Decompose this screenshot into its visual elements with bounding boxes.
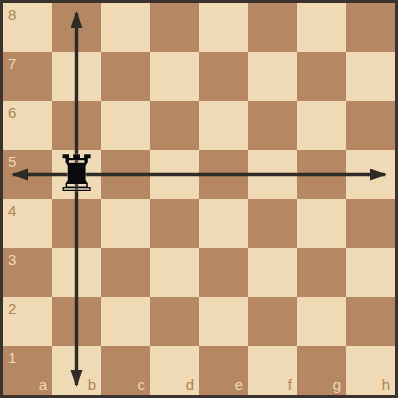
square-a8[interactable]: 8 bbox=[3, 3, 52, 52]
square-e7[interactable] bbox=[199, 52, 248, 101]
square-f8[interactable] bbox=[248, 3, 297, 52]
square-f7[interactable] bbox=[248, 52, 297, 101]
square-h7[interactable] bbox=[346, 52, 395, 101]
file-label-a: a bbox=[39, 377, 47, 392]
square-d3[interactable] bbox=[150, 248, 199, 297]
square-a7[interactable]: 7 bbox=[3, 52, 52, 101]
rank-label-7: 7 bbox=[8, 56, 16, 71]
square-a6[interactable]: 6 bbox=[3, 101, 52, 150]
square-g3[interactable] bbox=[297, 248, 346, 297]
square-c2[interactable] bbox=[101, 297, 150, 346]
square-e4[interactable] bbox=[199, 199, 248, 248]
file-label-b: b bbox=[88, 377, 96, 392]
square-d1[interactable]: d bbox=[150, 346, 199, 395]
square-f3[interactable] bbox=[248, 248, 297, 297]
black-rook[interactable]: ♜ bbox=[52, 150, 101, 199]
square-h5[interactable] bbox=[346, 150, 395, 199]
square-g7[interactable] bbox=[297, 52, 346, 101]
square-c3[interactable] bbox=[101, 248, 150, 297]
file-label-e: e bbox=[235, 377, 243, 392]
rank-label-3: 3 bbox=[8, 252, 16, 267]
file-label-h: h bbox=[382, 377, 390, 392]
square-b3[interactable] bbox=[52, 248, 101, 297]
square-c4[interactable] bbox=[101, 199, 150, 248]
square-d5[interactable] bbox=[150, 150, 199, 199]
square-g2[interactable] bbox=[297, 297, 346, 346]
square-c8[interactable] bbox=[101, 3, 150, 52]
square-a2[interactable]: 2 bbox=[3, 297, 52, 346]
square-a5[interactable]: 5 bbox=[3, 150, 52, 199]
square-h6[interactable] bbox=[346, 101, 395, 150]
file-label-c: c bbox=[138, 377, 146, 392]
square-e3[interactable] bbox=[199, 248, 248, 297]
square-e1[interactable]: e bbox=[199, 346, 248, 395]
square-f6[interactable] bbox=[248, 101, 297, 150]
rank-label-8: 8 bbox=[8, 7, 16, 22]
square-c5[interactable] bbox=[101, 150, 150, 199]
square-e5[interactable] bbox=[199, 150, 248, 199]
square-h1[interactable]: h bbox=[346, 346, 395, 395]
square-b7[interactable] bbox=[52, 52, 101, 101]
square-e6[interactable] bbox=[199, 101, 248, 150]
square-g5[interactable] bbox=[297, 150, 346, 199]
square-b6[interactable] bbox=[52, 101, 101, 150]
rank-label-5: 5 bbox=[8, 154, 16, 169]
square-h8[interactable] bbox=[346, 3, 395, 52]
square-h2[interactable] bbox=[346, 297, 395, 346]
square-b8[interactable] bbox=[52, 3, 101, 52]
square-g8[interactable] bbox=[297, 3, 346, 52]
file-label-d: d bbox=[186, 377, 194, 392]
file-label-g: g bbox=[333, 377, 341, 392]
rank-label-2: 2 bbox=[8, 301, 16, 316]
square-a1[interactable]: 1a bbox=[3, 346, 52, 395]
square-d2[interactable] bbox=[150, 297, 199, 346]
square-e8[interactable] bbox=[199, 3, 248, 52]
square-g4[interactable] bbox=[297, 199, 346, 248]
square-h4[interactable] bbox=[346, 199, 395, 248]
chess-board: 87654321abcdefgh ♜ bbox=[0, 0, 398, 398]
square-b2[interactable] bbox=[52, 297, 101, 346]
square-f2[interactable] bbox=[248, 297, 297, 346]
square-a4[interactable]: 4 bbox=[3, 199, 52, 248]
square-g6[interactable] bbox=[297, 101, 346, 150]
rank-label-1: 1 bbox=[8, 350, 16, 365]
square-b4[interactable] bbox=[52, 199, 101, 248]
rank-label-6: 6 bbox=[8, 105, 16, 120]
square-g1[interactable]: g bbox=[297, 346, 346, 395]
square-d8[interactable] bbox=[150, 3, 199, 52]
square-f5[interactable] bbox=[248, 150, 297, 199]
square-d4[interactable] bbox=[150, 199, 199, 248]
rank-label-4: 4 bbox=[8, 203, 16, 218]
square-e2[interactable] bbox=[199, 297, 248, 346]
square-f1[interactable]: f bbox=[248, 346, 297, 395]
square-b1[interactable]: b bbox=[52, 346, 101, 395]
square-d6[interactable] bbox=[150, 101, 199, 150]
square-f4[interactable] bbox=[248, 199, 297, 248]
file-label-f: f bbox=[288, 377, 292, 392]
square-c1[interactable]: c bbox=[101, 346, 150, 395]
square-d7[interactable] bbox=[150, 52, 199, 101]
square-h3[interactable] bbox=[346, 248, 395, 297]
square-c6[interactable] bbox=[101, 101, 150, 150]
square-c7[interactable] bbox=[101, 52, 150, 101]
square-a3[interactable]: 3 bbox=[3, 248, 52, 297]
